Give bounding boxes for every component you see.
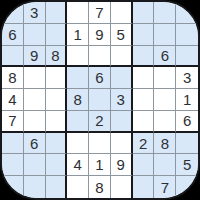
cell-r8c4[interactable]: 4 bbox=[67, 154, 89, 176]
cell-r2c9[interactable] bbox=[176, 24, 198, 46]
cell-r7c7[interactable]: 2 bbox=[133, 133, 155, 155]
cell-r2c1[interactable]: 6 bbox=[2, 24, 24, 46]
cell-r1c8[interactable] bbox=[154, 2, 176, 24]
cell-r9c1[interactable] bbox=[2, 176, 24, 198]
cell-r3c4[interactable] bbox=[67, 46, 89, 68]
cell-r8c9[interactable]: 5 bbox=[176, 154, 198, 176]
cell-r6c7[interactable] bbox=[133, 111, 155, 133]
cell-r1c7[interactable] bbox=[133, 2, 155, 24]
cell-r8c8[interactable] bbox=[154, 154, 176, 176]
cell-r6c1[interactable]: 7 bbox=[2, 111, 24, 133]
cell-r4c9[interactable]: 3 bbox=[176, 67, 198, 89]
cell-r7c8[interactable]: 8 bbox=[154, 133, 176, 155]
cell-r5c1[interactable]: 4 bbox=[2, 89, 24, 111]
cell-r8c6[interactable]: 9 bbox=[111, 154, 133, 176]
cell-r7c9[interactable] bbox=[176, 133, 198, 155]
cell-r7c6[interactable] bbox=[111, 133, 133, 155]
cell-r5c2[interactable] bbox=[24, 89, 46, 111]
cell-r2c2[interactable] bbox=[24, 24, 46, 46]
cell-r6c9[interactable]: 6 bbox=[176, 111, 198, 133]
cell-r2c3[interactable] bbox=[46, 24, 68, 46]
cell-r4c7[interactable] bbox=[133, 67, 155, 89]
cell-r7c4[interactable] bbox=[67, 133, 89, 155]
cell-r1c9[interactable] bbox=[176, 2, 198, 24]
cell-r8c2[interactable] bbox=[24, 154, 46, 176]
cell-r4c6[interactable] bbox=[111, 67, 133, 89]
cell-r9c3[interactable] bbox=[46, 176, 68, 198]
cell-r6c2[interactable] bbox=[24, 111, 46, 133]
cell-r4c8[interactable] bbox=[154, 67, 176, 89]
cell-r9c8[interactable]: 7 bbox=[154, 176, 176, 198]
cell-r2c6[interactable]: 5 bbox=[111, 24, 133, 46]
cell-r6c4[interactable] bbox=[67, 111, 89, 133]
cell-r9c6[interactable] bbox=[111, 176, 133, 198]
cell-r8c5[interactable]: 1 bbox=[89, 154, 111, 176]
sudoku-board: 3761959868634831726628419587 bbox=[0, 0, 200, 200]
cell-r9c5[interactable]: 8 bbox=[89, 176, 111, 198]
cell-r7c3[interactable] bbox=[46, 133, 68, 155]
cell-r3c6[interactable] bbox=[111, 46, 133, 68]
cell-r2c4[interactable]: 1 bbox=[67, 24, 89, 46]
cell-r5c5[interactable] bbox=[89, 89, 111, 111]
cell-r5c7[interactable] bbox=[133, 89, 155, 111]
cell-r3c7[interactable] bbox=[133, 46, 155, 68]
cell-r6c6[interactable] bbox=[111, 111, 133, 133]
cell-r6c5[interactable]: 2 bbox=[89, 111, 111, 133]
cell-r7c1[interactable] bbox=[2, 133, 24, 155]
cell-r2c5[interactable]: 9 bbox=[89, 24, 111, 46]
cell-r1c5[interactable]: 7 bbox=[89, 2, 111, 24]
sudoku-app-icon: 3761959868634831726628419587 bbox=[0, 0, 200, 200]
cell-r2c8[interactable] bbox=[154, 24, 176, 46]
cell-r1c3[interactable] bbox=[46, 2, 68, 24]
cell-r1c4[interactable] bbox=[67, 2, 89, 24]
cell-r4c4[interactable] bbox=[67, 67, 89, 89]
cell-r8c1[interactable] bbox=[2, 154, 24, 176]
cell-r5c4[interactable]: 8 bbox=[67, 89, 89, 111]
cell-r6c3[interactable] bbox=[46, 111, 68, 133]
cell-r1c1[interactable] bbox=[2, 2, 24, 24]
cell-r5c6[interactable]: 3 bbox=[111, 89, 133, 111]
cell-r3c8[interactable]: 6 bbox=[154, 46, 176, 68]
cell-r7c5[interactable] bbox=[89, 133, 111, 155]
cell-r3c5[interactable] bbox=[89, 46, 111, 68]
cell-r4c2[interactable] bbox=[24, 67, 46, 89]
cell-r9c2[interactable] bbox=[24, 176, 46, 198]
cell-r4c1[interactable]: 8 bbox=[2, 67, 24, 89]
cell-r1c6[interactable] bbox=[111, 2, 133, 24]
cell-r7c2[interactable]: 6 bbox=[24, 133, 46, 155]
cell-r9c9[interactable] bbox=[176, 176, 198, 198]
cell-r5c3[interactable] bbox=[46, 89, 68, 111]
cell-r3c9[interactable] bbox=[176, 46, 198, 68]
cell-r9c4[interactable] bbox=[67, 176, 89, 198]
cell-r4c5[interactable]: 6 bbox=[89, 67, 111, 89]
cell-r1c2[interactable]: 3 bbox=[24, 2, 46, 24]
cell-r3c2[interactable]: 9 bbox=[24, 46, 46, 68]
cell-r3c3[interactable]: 8 bbox=[46, 46, 68, 68]
cell-r8c7[interactable] bbox=[133, 154, 155, 176]
cell-r6c8[interactable] bbox=[154, 111, 176, 133]
cell-r5c8[interactable] bbox=[154, 89, 176, 111]
cell-r4c3[interactable] bbox=[46, 67, 68, 89]
cell-r8c3[interactable] bbox=[46, 154, 68, 176]
cell-r2c7[interactable] bbox=[133, 24, 155, 46]
cell-r5c9[interactable]: 1 bbox=[176, 89, 198, 111]
cell-r9c7[interactable] bbox=[133, 176, 155, 198]
cell-r3c1[interactable] bbox=[2, 46, 24, 68]
